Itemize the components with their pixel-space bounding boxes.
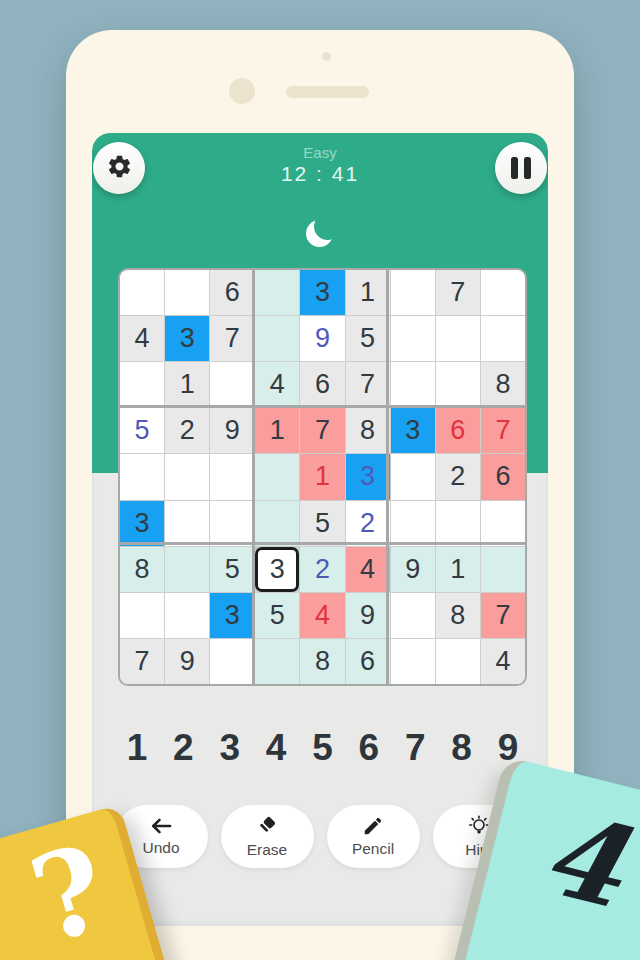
cell-r5c3[interactable] [210, 454, 254, 499]
cell-r4c4[interactable]: 1 [255, 408, 299, 453]
numpad-3[interactable]: 3 [213, 727, 247, 769]
cell-r9c4[interactable] [255, 639, 299, 684]
cell-r7c9[interactable] [481, 547, 525, 592]
numpad-7[interactable]: 7 [398, 727, 432, 769]
cell-r1c8[interactable]: 7 [436, 270, 480, 315]
cell-r7c1[interactable]: 8 [120, 547, 164, 592]
cell-r5c2[interactable] [165, 454, 209, 499]
cell-r1c3[interactable]: 6 [210, 270, 254, 315]
cell-r6c7[interactable] [391, 501, 435, 546]
cell-r6c1[interactable]: 3 [120, 501, 164, 546]
cell-r9c8[interactable] [436, 639, 480, 684]
cell-r8c3[interactable]: 3 [210, 593, 254, 638]
cell-r8c9[interactable]: 7 [481, 593, 525, 638]
numpad-5[interactable]: 5 [306, 727, 340, 769]
cell-r9c9[interactable]: 4 [481, 639, 525, 684]
cell-r9c3[interactable] [210, 639, 254, 684]
cell-r6c9[interactable] [481, 501, 525, 546]
cell-r2c7[interactable] [391, 316, 435, 361]
sensor-dot [322, 52, 331, 61]
undo-arrow-icon [149, 816, 173, 836]
numpad-1[interactable]: 1 [120, 727, 154, 769]
pencil-icon [362, 815, 384, 837]
cell-r5c5[interactable]: 1 [300, 454, 344, 499]
moon-icon [306, 220, 333, 247]
cell-r6c4[interactable] [255, 501, 299, 546]
numpad-4[interactable]: 4 [259, 727, 293, 769]
cell-r7c5[interactable]: 2 [300, 547, 344, 592]
cell-r1c9[interactable] [481, 270, 525, 315]
cell-r4c5[interactable]: 7 [300, 408, 344, 453]
action-erase-button[interactable]: Erase [221, 805, 314, 868]
cell-r1c4[interactable] [255, 270, 299, 315]
cell-r5c6[interactable]: 3 [346, 454, 390, 499]
cell-r3c5[interactable]: 6 [300, 362, 344, 407]
cell-r4c7[interactable]: 3 [391, 408, 435, 453]
cell-r3c6[interactable]: 7 [346, 362, 390, 407]
cell-r3c2[interactable]: 1 [165, 362, 209, 407]
cell-r4c2[interactable]: 2 [165, 408, 209, 453]
cell-r8c4[interactable]: 5 [255, 593, 299, 638]
cell-r3c9[interactable]: 8 [481, 362, 525, 407]
numpad-2[interactable]: 2 [166, 727, 200, 769]
action-label: Undo [142, 839, 179, 857]
cell-r3c7[interactable] [391, 362, 435, 407]
cell-r7c3[interactable]: 5 [210, 547, 254, 592]
cell-r6c3[interactable] [210, 501, 254, 546]
cell-r8c2[interactable] [165, 593, 209, 638]
cell-r1c7[interactable] [391, 270, 435, 315]
cell-r6c6[interactable]: 2 [346, 501, 390, 546]
difficulty-label: Easy [92, 144, 548, 161]
cell-r7c2[interactable] [165, 547, 209, 592]
speaker-grille [286, 86, 369, 98]
cell-r8c8[interactable]: 8 [436, 593, 480, 638]
cell-r2c4[interactable] [255, 316, 299, 361]
cell-r7c4[interactable]: 3 [255, 547, 299, 592]
cell-r1c5[interactable]: 3 [300, 270, 344, 315]
cell-r3c1[interactable] [120, 362, 164, 407]
cell-r6c5[interactable]: 5 [300, 501, 344, 546]
cell-r9c2[interactable]: 9 [165, 639, 209, 684]
action-label: Pencil [352, 840, 394, 858]
cell-r5c8[interactable]: 2 [436, 454, 480, 499]
numpad-8[interactable]: 8 [445, 727, 479, 769]
cell-r9c5[interactable]: 8 [300, 639, 344, 684]
numpad-6[interactable]: 6 [352, 727, 386, 769]
eraser-icon [255, 814, 279, 838]
cell-r2c2[interactable]: 3 [165, 316, 209, 361]
cell-r1c1[interactable] [120, 270, 164, 315]
cell-r6c8[interactable] [436, 501, 480, 546]
pause-button[interactable] [495, 142, 547, 194]
cell-r5c4[interactable] [255, 454, 299, 499]
app-screen: Easy 12 : 41 631743795146785291783671326… [92, 133, 548, 926]
cell-r2c5[interactable]: 9 [300, 316, 344, 361]
cell-r1c6[interactable]: 1 [346, 270, 390, 315]
cell-r2c3[interactable]: 7 [210, 316, 254, 361]
cell-r6c2[interactable] [165, 501, 209, 546]
cell-r2c9[interactable] [481, 316, 525, 361]
cell-r4c1[interactable]: 5 [120, 408, 164, 453]
cell-r8c6[interactable]: 9 [346, 593, 390, 638]
cell-r4c9[interactable]: 7 [481, 408, 525, 453]
front-camera [229, 78, 255, 104]
number-pad: 123456789 [118, 725, 527, 771]
cell-r5c7[interactable] [391, 454, 435, 499]
cell-r1c2[interactable] [165, 270, 209, 315]
cell-r3c8[interactable] [436, 362, 480, 407]
cell-r9c7[interactable] [391, 639, 435, 684]
cell-r8c1[interactable] [120, 593, 164, 638]
sudoku-grid: 6317437951467852917836713263528532491354… [120, 270, 525, 684]
four-label: 4 [533, 796, 636, 924]
screenshot-root: Easy 12 : 41 631743795146785291783671326… [0, 0, 640, 960]
action-pencil-button[interactable]: Pencil [327, 805, 420, 868]
cell-r5c9[interactable]: 6 [481, 454, 525, 499]
cell-r2c6[interactable]: 5 [346, 316, 390, 361]
pause-icon [511, 157, 531, 179]
timer-label: 12 : 41 [92, 162, 548, 186]
cell-r2c1[interactable]: 4 [120, 316, 164, 361]
cell-r7c7[interactable]: 9 [391, 547, 435, 592]
cell-r2c8[interactable] [436, 316, 480, 361]
cell-r5c1[interactable] [120, 454, 164, 499]
cell-r4c6[interactable]: 8 [346, 408, 390, 453]
cell-r8c5[interactable]: 4 [300, 593, 344, 638]
cell-r3c3[interactable] [210, 362, 254, 407]
sudoku-board: 6317437951467852917836713263528532491354… [118, 268, 527, 686]
cell-r9c6[interactable]: 6 [346, 639, 390, 684]
cell-r7c8[interactable]: 1 [436, 547, 480, 592]
action-label: Erase [247, 841, 288, 859]
cell-r8c7[interactable] [391, 593, 435, 638]
cell-r4c3[interactable]: 9 [210, 408, 254, 453]
cell-r9c1[interactable]: 7 [120, 639, 164, 684]
cell-r7c6[interactable]: 4 [346, 547, 390, 592]
question-mark-label: ? [20, 828, 119, 960]
cell-r4c8[interactable]: 6 [436, 408, 480, 453]
cell-r3c4[interactable]: 4 [255, 362, 299, 407]
